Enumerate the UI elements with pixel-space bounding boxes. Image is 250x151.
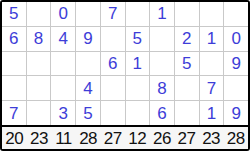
column-sum: 12 [125, 127, 150, 149]
grid-cell-empty[interactable] [27, 2, 51, 26]
grid-cell-filled: 4 [76, 76, 100, 100]
grid-cell-empty[interactable] [224, 2, 248, 26]
grid-cell-filled: 6 [150, 101, 174, 125]
grid-cell-filled: 7 [200, 76, 224, 100]
grid-cell-empty[interactable] [27, 76, 51, 100]
grid-cell-empty[interactable] [51, 76, 75, 100]
grid-cell-empty[interactable] [126, 2, 150, 26]
grid-cell-filled: 3 [51, 101, 75, 125]
grid-cell-empty[interactable] [175, 101, 199, 125]
grid-cell-filled: 1 [126, 52, 150, 76]
grid-cell-filled: 5 [2, 2, 26, 26]
grid-cell-filled: 7 [101, 2, 125, 26]
grid-cell-filled: 6 [101, 52, 125, 76]
grid-cell-empty[interactable] [175, 76, 199, 100]
grid-cell-filled: 9 [224, 52, 248, 76]
grid-cell-empty[interactable] [76, 2, 100, 26]
grid-cell-filled: 8 [27, 27, 51, 51]
grid-cell-empty[interactable] [27, 101, 51, 125]
grid-cell-filled: 1 [200, 101, 224, 125]
grid-cell-empty[interactable] [126, 76, 150, 100]
grid-cell-empty[interactable] [2, 52, 26, 76]
grid-cell-filled: 5 [175, 52, 199, 76]
grid-cell-empty[interactable] [101, 27, 125, 51]
grid-cell-empty[interactable] [126, 101, 150, 125]
grid-cell-empty[interactable] [175, 2, 199, 26]
grid-cell-empty[interactable] [27, 52, 51, 76]
grid-cell-empty[interactable] [224, 76, 248, 100]
column-sums-row: 20231128271226272328 [2, 125, 248, 149]
grid-cell-filled: 9 [76, 27, 100, 51]
grid-cell-empty[interactable] [150, 27, 174, 51]
grid-cell-empty[interactable] [51, 52, 75, 76]
column-sum: 26 [150, 127, 175, 149]
column-sum: 27 [100, 127, 125, 149]
grid-cell-filled: 0 [51, 2, 75, 26]
grid-cell-filled: 8 [150, 76, 174, 100]
puzzle-grid: 5071684952106159487735619 [2, 2, 248, 125]
grid-cell-empty[interactable] [2, 76, 26, 100]
grid-cell-empty[interactable] [200, 2, 224, 26]
grid-cell-empty[interactable] [200, 52, 224, 76]
grid-cell-filled: 5 [76, 101, 100, 125]
column-sum: 28 [223, 127, 248, 149]
puzzle-board: 5071684952106159487735619 20231128271226… [0, 0, 250, 151]
grid-cell-filled: 0 [224, 27, 248, 51]
column-sum: 23 [199, 127, 224, 149]
column-sum: 28 [76, 127, 101, 149]
grid-cell-filled: 5 [126, 27, 150, 51]
grid-cell-filled: 9 [224, 101, 248, 125]
grid-cell-filled: 2 [175, 27, 199, 51]
grid-cell-empty[interactable] [150, 52, 174, 76]
grid-cell-empty[interactable] [76, 52, 100, 76]
column-sum: 27 [174, 127, 199, 149]
grid-cell-empty[interactable] [101, 76, 125, 100]
column-sum: 11 [51, 127, 76, 149]
grid-cell-filled: 1 [200, 27, 224, 51]
grid-cell-filled: 1 [150, 2, 174, 26]
grid-cell-filled: 7 [2, 101, 26, 125]
column-sum: 20 [2, 127, 27, 149]
column-sum: 23 [27, 127, 52, 149]
grid-cell-filled: 4 [51, 27, 75, 51]
grid-cell-empty[interactable] [101, 101, 125, 125]
grid-cell-filled: 6 [2, 27, 26, 51]
